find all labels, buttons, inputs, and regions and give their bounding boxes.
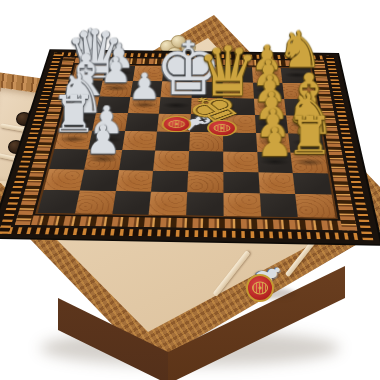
board-square [155,132,190,151]
board-square [38,190,80,213]
board-square [293,173,332,195]
board-square [102,66,134,81]
board-square [153,150,189,171]
board-square [132,66,163,81]
chess-set-photo: ♟ ♞♟♛♟♝♟♞♜♟♟♚♝♟♞♟♛♟♚♟♝♟♞♟♜ [0,0,380,380]
board-square [252,82,284,98]
board-square [151,170,188,192]
board-square [223,172,259,194]
board-square [115,170,153,192]
board-square [188,151,223,172]
chess-board: ♞♟♛♟♝♟♞♜♟♟♚♝♟♞♟♛♟♚♟♝♟♞♟♜ [0,50,380,244]
board-square [159,97,192,114]
board-square [187,171,223,193]
board-square [192,82,223,98]
board-square [186,192,223,216]
board-square [112,191,151,214]
base-emblem [252,281,268,294]
red-felt-base [246,274,274,302]
board-square [223,193,260,217]
board-square [79,169,118,191]
board-square [259,194,298,218]
board-square [191,97,223,114]
brass-rook: ♜ [286,110,332,163]
board-square [295,194,335,218]
board-square [125,113,159,131]
silver-pawn: ♟ [80,120,126,160]
board-square [192,67,222,82]
board-square [161,81,193,97]
chessboard-3d-wrap: ♞♟♛♟♝♟♞♜♟♟♚♝♟♞♟♛♟♚♟♝♟♞♟♜ [0,50,380,244]
board-square [222,67,252,82]
board-square [258,172,295,194]
board-square [252,67,283,82]
board-square [44,169,84,191]
fallen-tray-piece: ♟ [230,248,320,318]
board-square [162,66,193,81]
board-square [222,82,253,98]
board-square [149,192,187,215]
board-square [73,65,106,80]
board-square [127,97,160,114]
board-square [99,80,132,96]
board-square [130,81,162,97]
base-emblem [214,124,231,132]
board-square [75,191,116,214]
